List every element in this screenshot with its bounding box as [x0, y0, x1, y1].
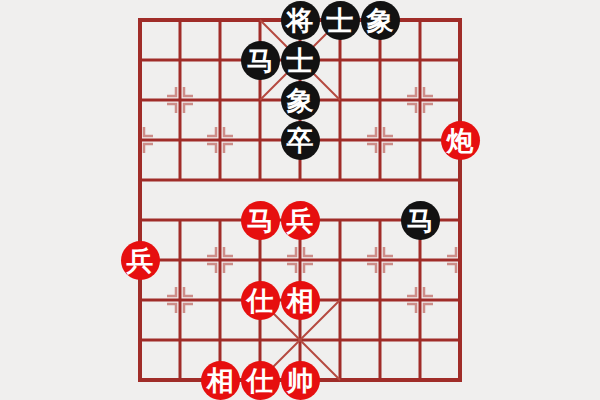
piece-black-advisor[interactable]: 士	[321, 1, 360, 40]
piece-black-horse[interactable]: 马	[401, 201, 440, 240]
piece-red-soldier[interactable]: 兵	[121, 241, 160, 280]
xiangqi-piece-grid: 将士象马士象卒炮马兵马兵仕相相仕帅	[120, 0, 480, 400]
piece-red-cannon[interactable]: 炮	[441, 121, 480, 160]
piece-black-soldier[interactable]: 卒	[281, 121, 320, 160]
piece-red-elephant[interactable]: 相	[201, 361, 240, 400]
piece-red-horse[interactable]: 马	[241, 201, 280, 240]
piece-red-advisor[interactable]: 仕	[241, 281, 280, 320]
piece-black-advisor[interactable]: 士	[281, 41, 320, 80]
piece-black-elephant[interactable]: 象	[281, 81, 320, 120]
piece-red-advisor[interactable]: 仕	[241, 361, 280, 400]
piece-red-elephant[interactable]: 相	[281, 281, 320, 320]
xiangqi-app: 将士象马士象卒炮马兵马兵仕相相仕帅	[0, 0, 600, 400]
piece-black-horse[interactable]: 马	[241, 41, 280, 80]
piece-black-general[interactable]: 将	[281, 1, 320, 40]
piece-red-soldier[interactable]: 兵	[281, 201, 320, 240]
piece-red-general[interactable]: 帅	[281, 361, 320, 400]
piece-black-elephant[interactable]: 象	[361, 1, 400, 40]
